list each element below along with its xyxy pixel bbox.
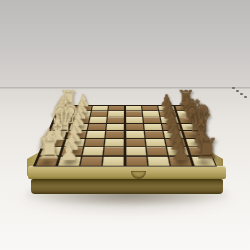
- white-rook[interactable]: ♜: [35, 157, 59, 166]
- pawn-glyph: ♟: [171, 142, 191, 164]
- white-pawn[interactable]: ♟: [58, 157, 81, 166]
- rook-glyph: ♜: [194, 135, 214, 164]
- rook-glyph: ♜: [36, 135, 56, 164]
- pieces-layer: ♜♞♝♚♛♝♞♜♟♟♟♟♟♟♟♟♟♟♟♟♟♟♟♟♜♞♝♚♛♝♞♜: [33, 105, 218, 167]
- black-rook[interactable]: ♜: [191, 157, 215, 166]
- chess-set-photo: ♜♞♝♚♛♝♞♜♟♟♟♟♟♟♟♟♟♟♟♟♟♟♟♟♜♞♝♚♛♝♞♜: [0, 0, 250, 250]
- board-scene: ♜♞♝♚♛♝♞♜♟♟♟♟♟♟♟♟♟♟♟♟♟♟♟♟♜♞♝♚♛♝♞♜: [0, 0, 250, 250]
- pawn-glyph: ♟: [59, 142, 79, 164]
- chess-board[interactable]: ♜♞♝♚♛♝♞♜♟♟♟♟♟♟♟♟♟♟♟♟♟♟♟♟♜♞♝♚♛♝♞♜: [33, 105, 218, 167]
- black-pawn[interactable]: ♟: [169, 157, 192, 166]
